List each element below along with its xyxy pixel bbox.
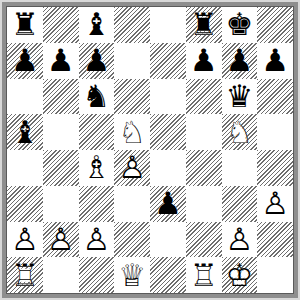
black-rook-f8[interactable]: ♜ [186,7,222,43]
square-g1[interactable]: ♚♔ [222,257,258,293]
black-queen-g6[interactable]: ♛ [222,79,258,115]
square-f8[interactable]: ♜♜ [186,7,222,43]
black-pawn-g7[interactable]: ♟ [222,43,258,79]
black-bishop-c8[interactable]: ♝ [79,7,115,43]
white-king-g1[interactable]: ♔ [222,257,258,293]
square-e5[interactable] [150,114,186,150]
piece-fill: ♞ [222,114,258,150]
square-a7[interactable]: ♟♟ [7,43,43,79]
piece-fill: ♟ [257,43,293,79]
square-c8[interactable]: ♝♝ [79,7,115,43]
square-g2[interactable]: ♟♙ [222,222,258,258]
square-f3[interactable] [186,186,222,222]
black-pawn-e3[interactable]: ♟ [150,186,186,222]
white-pawn-c2[interactable]: ♙ [79,222,115,258]
square-e7[interactable] [150,43,186,79]
chess-board: ♜♜♝♝♜♜♚♚♟♟♟♟♟♟♟♟♟♟♟♟♞♞♛♛♝♝♞♘♞♘♝♗♟♙♟♟♟♙♟♙… [7,7,293,293]
square-c2[interactable]: ♟♙ [79,222,115,258]
piece-fill: ♝ [79,150,115,186]
square-c7[interactable]: ♟♟ [79,43,115,79]
square-g7[interactable]: ♟♟ [222,43,258,79]
piece-fill: ♟ [114,150,150,186]
square-h6[interactable] [257,79,293,115]
square-a6[interactable] [7,79,43,115]
square-e3[interactable]: ♟♟ [150,186,186,222]
square-b3[interactable] [43,186,79,222]
square-b2[interactable]: ♟♙ [43,222,79,258]
square-h4[interactable] [257,150,293,186]
piece-fill: ♟ [79,222,115,258]
square-a8[interactable]: ♜♜ [7,7,43,43]
white-knight-d5[interactable]: ♘ [114,114,150,150]
square-d6[interactable] [114,79,150,115]
piece-fill: ♟ [222,222,258,258]
black-pawn-c7[interactable]: ♟ [79,43,115,79]
white-pawn-h3[interactable]: ♙ [257,186,293,222]
square-c6[interactable]: ♞♞ [79,79,115,115]
square-b6[interactable] [43,79,79,115]
piece-fill: ♜ [7,257,43,293]
square-g8[interactable]: ♚♚ [222,7,258,43]
square-b1[interactable] [43,257,79,293]
white-knight-g5[interactable]: ♘ [222,114,258,150]
square-b8[interactable] [43,7,79,43]
piece-fill: ♛ [114,257,150,293]
square-f4[interactable] [186,150,222,186]
square-a2[interactable]: ♟♙ [7,222,43,258]
white-pawn-a2[interactable]: ♙ [7,222,43,258]
piece-fill: ♚ [222,257,258,293]
piece-fill: ♟ [43,43,79,79]
square-d3[interactable] [114,186,150,222]
piece-fill: ♞ [79,79,115,115]
square-d1[interactable]: ♛♕ [114,257,150,293]
square-a3[interactable] [7,186,43,222]
square-f5[interactable] [186,114,222,150]
square-e1[interactable] [150,257,186,293]
piece-fill: ♟ [7,222,43,258]
piece-fill: ♝ [7,114,43,150]
board-frame: ♜♜♝♝♜♜♚♚♟♟♟♟♟♟♟♟♟♟♟♟♞♞♛♛♝♝♞♘♞♘♝♗♟♙♟♟♟♙♟♙… [0,0,300,300]
square-g4[interactable] [222,150,258,186]
black-bishop-a5[interactable]: ♝ [7,114,43,150]
square-g6[interactable]: ♛♛ [222,79,258,115]
black-knight-c6[interactable]: ♞ [79,79,115,115]
square-c5[interactable] [79,114,115,150]
black-pawn-a7[interactable]: ♟ [7,43,43,79]
square-d5[interactable]: ♞♘ [114,114,150,150]
white-rook-f1[interactable]: ♖ [186,257,222,293]
square-f1[interactable]: ♜♖ [186,257,222,293]
black-king-g8[interactable]: ♚ [222,7,258,43]
square-d2[interactable] [114,222,150,258]
piece-fill: ♜ [7,7,43,43]
white-pawn-b2[interactable]: ♙ [43,222,79,258]
piece-fill: ♟ [7,43,43,79]
piece-fill: ♜ [186,7,222,43]
piece-fill: ♟ [43,222,79,258]
square-a5[interactable]: ♝♝ [7,114,43,150]
square-b7[interactable]: ♟♟ [43,43,79,79]
square-h2[interactable] [257,222,293,258]
square-f2[interactable] [186,222,222,258]
square-c3[interactable] [79,186,115,222]
square-b4[interactable] [43,150,79,186]
black-rook-a8[interactable]: ♜ [7,7,43,43]
piece-fill: ♟ [222,43,258,79]
square-e4[interactable] [150,150,186,186]
square-d7[interactable] [114,43,150,79]
black-pawn-f7[interactable]: ♟ [186,43,222,79]
piece-fill: ♚ [222,7,258,43]
square-a4[interactable] [7,150,43,186]
square-c4[interactable]: ♝♗ [79,150,115,186]
square-h8[interactable] [257,7,293,43]
black-pawn-h7[interactable]: ♟ [257,43,293,79]
square-f7[interactable]: ♟♟ [186,43,222,79]
square-h5[interactable] [257,114,293,150]
white-bishop-c4[interactable]: ♗ [79,150,115,186]
square-a1[interactable]: ♜♖ [7,257,43,293]
square-d8[interactable] [114,7,150,43]
white-queen-d1[interactable]: ♕ [114,257,150,293]
piece-fill: ♟ [186,43,222,79]
piece-fill: ♛ [222,79,258,115]
square-d4[interactable]: ♟♙ [114,150,150,186]
piece-fill: ♟ [150,186,186,222]
piece-fill: ♟ [257,186,293,222]
square-c1[interactable] [79,257,115,293]
piece-fill: ♞ [114,114,150,150]
white-rook-a1[interactable]: ♖ [7,257,43,293]
piece-fill: ♟ [79,43,115,79]
square-b5[interactable] [43,114,79,150]
white-pawn-g2[interactable]: ♙ [222,222,258,258]
square-g3[interactable] [222,186,258,222]
square-h3[interactable]: ♟♙ [257,186,293,222]
white-pawn-d4[interactable]: ♙ [114,150,150,186]
square-h7[interactable]: ♟♟ [257,43,293,79]
square-h1[interactable] [257,257,293,293]
black-pawn-b7[interactable]: ♟ [43,43,79,79]
square-e8[interactable] [150,7,186,43]
square-f6[interactable] [186,79,222,115]
square-e6[interactable] [150,79,186,115]
piece-fill: ♝ [79,7,115,43]
square-e2[interactable] [150,222,186,258]
square-g5[interactable]: ♞♘ [222,114,258,150]
piece-fill: ♜ [186,257,222,293]
